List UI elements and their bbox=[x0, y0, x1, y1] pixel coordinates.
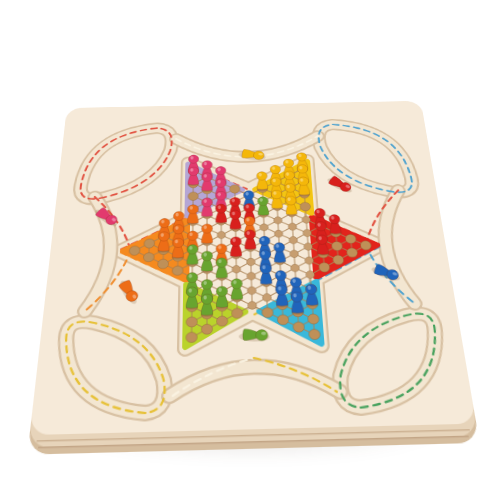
peg-head bbox=[230, 237, 241, 247]
hole[interactable] bbox=[247, 287, 256, 295]
peg-head bbox=[186, 287, 198, 297]
hole[interactable] bbox=[188, 192, 198, 201]
peg-head bbox=[201, 279, 212, 289]
hole[interactable] bbox=[274, 230, 283, 237]
hole[interactable] bbox=[247, 272, 256, 280]
peg-head bbox=[201, 251, 212, 261]
hole[interactable] bbox=[290, 250, 299, 258]
peg-head bbox=[230, 210, 241, 219]
peg-head bbox=[188, 155, 198, 164]
peg-head bbox=[173, 238, 184, 248]
peg-head bbox=[188, 167, 199, 176]
hole[interactable] bbox=[262, 294, 271, 302]
peg-head bbox=[244, 203, 255, 212]
peg-head bbox=[260, 264, 272, 274]
peg-head bbox=[187, 272, 198, 282]
peg-head bbox=[270, 177, 281, 186]
hole[interactable] bbox=[288, 223, 297, 230]
peg-head bbox=[257, 197, 268, 206]
peg-head bbox=[244, 230, 255, 240]
hole[interactable] bbox=[260, 224, 269, 231]
peg-head bbox=[276, 285, 288, 295]
peg-head bbox=[230, 197, 241, 206]
peg-head bbox=[216, 179, 227, 188]
peg-head bbox=[296, 153, 307, 162]
hole[interactable] bbox=[172, 266, 183, 276]
peg-head bbox=[271, 190, 282, 199]
peg-head bbox=[187, 231, 198, 241]
peg-head bbox=[216, 166, 226, 175]
peg-head bbox=[244, 216, 255, 225]
peg-head bbox=[297, 165, 308, 174]
peg-head bbox=[187, 244, 198, 254]
hole[interactable] bbox=[232, 308, 243, 318]
peg-head bbox=[285, 183, 296, 192]
hole[interactable] bbox=[186, 332, 197, 343]
hole[interactable] bbox=[201, 324, 212, 335]
peg-head bbox=[274, 243, 286, 253]
peg-head bbox=[216, 244, 227, 254]
peg-head bbox=[243, 191, 254, 200]
hole[interactable] bbox=[277, 315, 289, 325]
peg-head bbox=[216, 191, 227, 200]
peg-head bbox=[201, 294, 212, 305]
peg-head bbox=[290, 277, 302, 287]
peg-head bbox=[298, 177, 309, 186]
peg-head bbox=[202, 198, 213, 207]
hole[interactable] bbox=[306, 271, 315, 279]
peg-head bbox=[202, 161, 212, 170]
peg-head bbox=[259, 250, 270, 260]
peg-head bbox=[259, 236, 270, 246]
hole[interactable] bbox=[230, 185, 240, 194]
peg-head bbox=[284, 171, 295, 180]
hole[interactable] bbox=[305, 257, 314, 265]
hole[interactable] bbox=[302, 216, 311, 223]
peg-head bbox=[202, 173, 213, 182]
hole[interactable] bbox=[217, 231, 225, 238]
hole[interactable] bbox=[158, 259, 169, 269]
hole[interactable] bbox=[274, 217, 283, 224]
peg-head bbox=[159, 218, 170, 227]
hole[interactable] bbox=[186, 317, 197, 327]
hole[interactable] bbox=[246, 258, 255, 266]
peg-head bbox=[173, 211, 184, 220]
hole[interactable] bbox=[304, 243, 313, 251]
peg-head bbox=[291, 292, 303, 303]
hole[interactable] bbox=[262, 307, 274, 317]
peg-head bbox=[216, 286, 227, 296]
hole[interactable] bbox=[217, 316, 228, 326]
peg-head bbox=[256, 329, 268, 340]
hole[interactable] bbox=[232, 265, 241, 273]
peg-head bbox=[216, 258, 227, 268]
peg-head bbox=[283, 159, 294, 168]
peg-head bbox=[257, 172, 268, 181]
peg-head bbox=[188, 205, 199, 214]
peg-head bbox=[216, 204, 227, 213]
chinese-checkers-board bbox=[0, 69, 500, 500]
peg-head bbox=[158, 232, 169, 242]
peg-head bbox=[202, 224, 213, 234]
peg-head bbox=[231, 279, 243, 289]
hole[interactable] bbox=[248, 301, 257, 309]
hole[interactable] bbox=[300, 202, 311, 211]
peg-head bbox=[270, 165, 281, 174]
hole[interactable] bbox=[303, 229, 312, 236]
product-photo-stage bbox=[0, 0, 500, 500]
peg-head bbox=[285, 196, 296, 205]
board-perspective-wrapper bbox=[0, 69, 500, 500]
hole[interactable] bbox=[289, 236, 298, 243]
peg-head bbox=[173, 225, 184, 235]
hole[interactable] bbox=[293, 322, 305, 333]
peg-head bbox=[275, 270, 287, 280]
hole[interactable] bbox=[291, 264, 300, 272]
